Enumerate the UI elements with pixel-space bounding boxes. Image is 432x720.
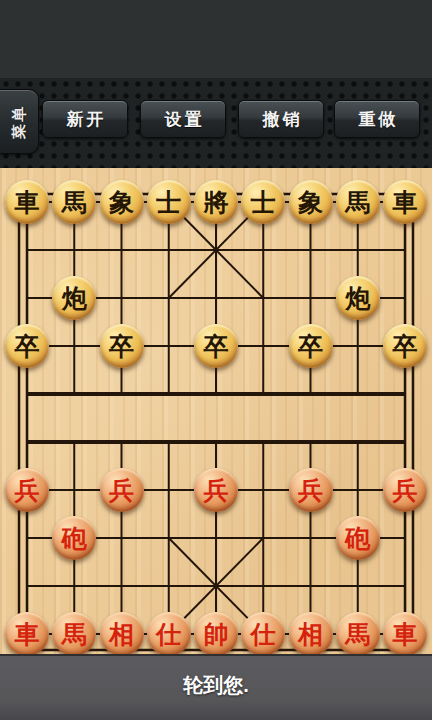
board-grid [0, 168, 432, 654]
piece-black-卒-f0r3[interactable]: 卒 [5, 324, 49, 368]
piece-red-砲-f7r7[interactable]: 砲 [336, 516, 380, 560]
piece-red-仕-f5r9[interactable]: 仕 [241, 612, 285, 656]
turn-message: 轮到您. [183, 672, 249, 699]
piece-black-馬-f1r0[interactable]: 馬 [52, 180, 96, 224]
piece-black-卒-f8r3[interactable]: 卒 [383, 324, 427, 368]
piece-red-車-f8r9[interactable]: 車 [383, 612, 427, 656]
piece-red-砲-f1r7[interactable]: 砲 [52, 516, 96, 560]
top-bar [0, 0, 432, 79]
piece-red-相-f6r9[interactable]: 相 [289, 612, 333, 656]
new-game-button[interactable]: 新开 [42, 100, 128, 138]
piece-black-士-f5r0[interactable]: 士 [241, 180, 285, 224]
piece-red-相-f2r9[interactable]: 相 [100, 612, 144, 656]
piece-black-車-f8r0[interactable]: 車 [383, 180, 427, 224]
piece-red-兵-f4r6[interactable]: 兵 [194, 468, 238, 512]
piece-red-帥-f4r9[interactable]: 帥 [194, 612, 238, 656]
piece-red-馬-f7r9[interactable]: 馬 [336, 612, 380, 656]
piece-black-象-f6r0[interactable]: 象 [289, 180, 333, 224]
settings-button[interactable]: 设置 [140, 100, 226, 138]
status-bar: 轮到您. [0, 654, 432, 720]
piece-black-象-f2r0[interactable]: 象 [100, 180, 144, 224]
piece-red-兵-f6r6[interactable]: 兵 [289, 468, 333, 512]
piece-red-兵-f0r6[interactable]: 兵 [5, 468, 49, 512]
piece-black-車-f0r0[interactable]: 車 [5, 180, 49, 224]
redo-button[interactable]: 重做 [334, 100, 420, 138]
piece-black-卒-f4r3[interactable]: 卒 [194, 324, 238, 368]
piece-black-炮-f1r2[interactable]: 炮 [52, 276, 96, 320]
piece-black-將-f4r0[interactable]: 將 [194, 180, 238, 224]
piece-red-兵-f8r6[interactable]: 兵 [383, 468, 427, 512]
piece-black-卒-f2r3[interactable]: 卒 [100, 324, 144, 368]
menu-tab-label: 菜单 [10, 105, 29, 139]
piece-black-馬-f7r0[interactable]: 馬 [336, 180, 380, 224]
xiangqi-board[interactable]: 車馬象士將士象馬車炮炮卒卒卒卒卒兵兵兵兵兵砲砲車馬相仕帥仕相馬車 [0, 168, 432, 654]
piece-black-卒-f6r3[interactable]: 卒 [289, 324, 333, 368]
piece-black-士-f3r0[interactable]: 士 [147, 180, 191, 224]
toolbar: 菜单 新开 设置 撤销 重做 [0, 78, 432, 168]
menu-tab-button[interactable]: 菜单 [0, 89, 39, 154]
app-screen: 菜单 新开 设置 撤销 重做 [0, 0, 432, 720]
piece-red-兵-f2r6[interactable]: 兵 [100, 468, 144, 512]
undo-button[interactable]: 撤销 [238, 100, 324, 138]
piece-red-仕-f3r9[interactable]: 仕 [147, 612, 191, 656]
piece-red-馬-f1r9[interactable]: 馬 [52, 612, 96, 656]
piece-red-車-f0r9[interactable]: 車 [5, 612, 49, 656]
piece-black-炮-f7r2[interactable]: 炮 [336, 276, 380, 320]
